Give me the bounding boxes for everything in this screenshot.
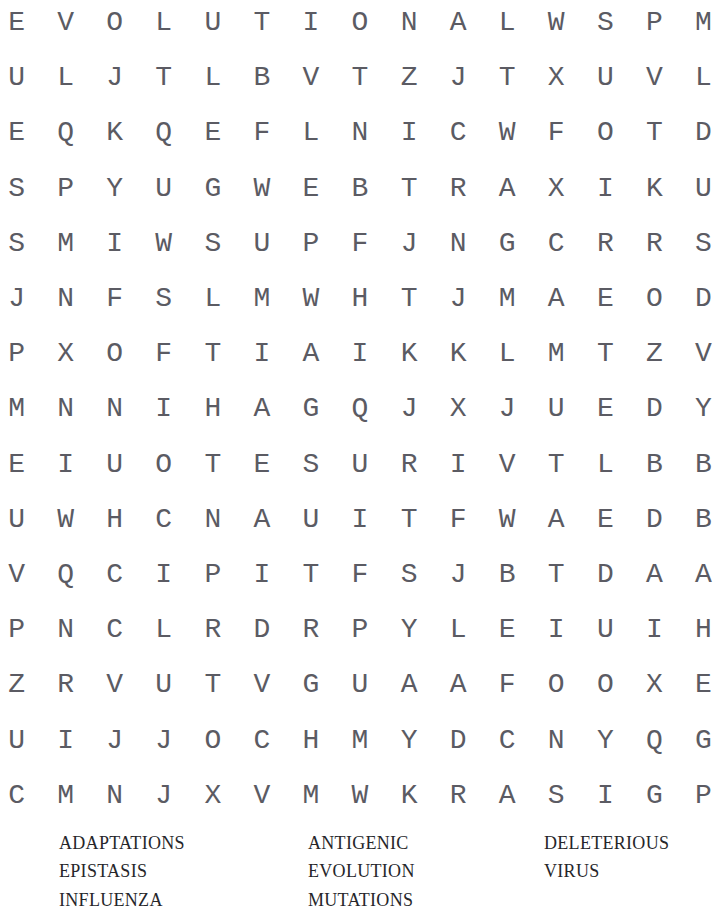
grid-cell[interactable]: F: [335, 216, 384, 271]
grid-cell[interactable]: S: [139, 271, 188, 326]
grid-cell[interactable]: X: [532, 161, 581, 216]
grid-cell[interactable]: Z: [385, 50, 434, 105]
grid-cell[interactable]: R: [434, 161, 483, 216]
word-list-column: DELETERIOUSVIRUS: [544, 829, 669, 886]
grid-cell[interactable]: L: [188, 271, 237, 326]
grid-cell[interactable]: H: [335, 271, 384, 326]
grid-cell[interactable]: G: [286, 657, 335, 712]
grid-cell[interactable]: U: [0, 50, 41, 105]
word-list-item: DELETERIOUS: [544, 829, 669, 857]
grid-cell[interactable]: X: [434, 381, 483, 436]
grid-cell[interactable]: S: [188, 216, 237, 271]
grid-cell[interactable]: U: [581, 50, 630, 105]
grid-cell[interactable]: T: [581, 326, 630, 381]
grid-cell[interactable]: U: [188, 0, 237, 50]
grid-cell[interactable]: J: [434, 50, 483, 105]
grid-cell[interactable]: I: [335, 492, 384, 547]
grid-cell[interactable]: K: [90, 105, 139, 160]
grid-cell[interactable]: U: [581, 602, 630, 657]
grid-cell[interactable]: I: [237, 547, 286, 602]
grid-cell[interactable]: V: [286, 50, 335, 105]
grid-cell[interactable]: E: [483, 602, 532, 657]
grid-cell[interactable]: M: [237, 271, 286, 326]
grid-cell[interactable]: U: [139, 657, 188, 712]
grid-cell[interactable]: I: [434, 437, 483, 492]
grid-cell[interactable]: U: [335, 437, 384, 492]
grid-cell[interactable]: A: [237, 381, 286, 436]
grid-cell[interactable]: V: [679, 326, 727, 381]
grid-cell[interactable]: E: [0, 437, 41, 492]
grid-cell[interactable]: A: [483, 161, 532, 216]
grid-cell[interactable]: T: [385, 161, 434, 216]
word-list: ADAPTATIONSEPISTASISINFLUENZAANTIGENICEV…: [0, 829, 727, 913]
grid-cell[interactable]: L: [434, 602, 483, 657]
grid-cell[interactable]: T: [188, 326, 237, 381]
grid-cell[interactable]: R: [286, 602, 335, 657]
grid-cell[interactable]: N: [41, 381, 90, 436]
grid-cell[interactable]: B: [630, 437, 679, 492]
word-list-item: EVOLUTION: [308, 857, 415, 885]
grid-cell[interactable]: A: [679, 547, 727, 602]
grid-cell[interactable]: I: [41, 437, 90, 492]
grid-cell[interactable]: Q: [139, 105, 188, 160]
grid-cell[interactable]: P: [335, 602, 384, 657]
grid-cell[interactable]: W: [335, 768, 384, 823]
grid-cell[interactable]: J: [0, 271, 41, 326]
grid-cell[interactable]: S: [385, 547, 434, 602]
grid-cell[interactable]: T: [532, 437, 581, 492]
grid-cell[interactable]: I: [630, 602, 679, 657]
grid-cell[interactable]: U: [90, 437, 139, 492]
grid-cell[interactable]: V: [41, 0, 90, 50]
grid-cell[interactable]: H: [286, 713, 335, 768]
grid-cell[interactable]: B: [679, 437, 727, 492]
grid-cell[interactable]: D: [581, 547, 630, 602]
grid-cell[interactable]: T: [237, 0, 286, 50]
grid-cell[interactable]: J: [90, 50, 139, 105]
grid-cell[interactable]: T: [188, 437, 237, 492]
grid-cell[interactable]: N: [335, 105, 384, 160]
grid-cell[interactable]: M: [679, 0, 727, 50]
grid-cell[interactable]: O: [139, 437, 188, 492]
grid-cell[interactable]: I: [139, 547, 188, 602]
grid-cell[interactable]: J: [385, 381, 434, 436]
grid-cell[interactable]: F: [532, 105, 581, 160]
grid-cell[interactable]: A: [237, 492, 286, 547]
grid-cell[interactable]: T: [630, 105, 679, 160]
grid-cell[interactable]: X: [188, 768, 237, 823]
grid-cell[interactable]: G: [286, 381, 335, 436]
grid-cell[interactable]: W: [532, 0, 581, 50]
grid-cell[interactable]: P: [286, 216, 335, 271]
grid-cell[interactable]: A: [434, 657, 483, 712]
grid-cell[interactable]: K: [385, 326, 434, 381]
grid-cell[interactable]: O: [335, 0, 384, 50]
grid-cell[interactable]: I: [385, 105, 434, 160]
grid-cell[interactable]: K: [630, 161, 679, 216]
grid-cell[interactable]: I: [286, 0, 335, 50]
grid-cell[interactable]: E: [581, 492, 630, 547]
grid-cell[interactable]: P: [188, 547, 237, 602]
grid-cell[interactable]: F: [483, 657, 532, 712]
grid-cell[interactable]: F: [90, 271, 139, 326]
grid-cell[interactable]: S: [0, 216, 41, 271]
grid-cell[interactable]: L: [188, 50, 237, 105]
grid-cell[interactable]: S: [532, 768, 581, 823]
grid-cell[interactable]: V: [630, 50, 679, 105]
grid-cell[interactable]: M: [0, 381, 41, 436]
grid-cell[interactable]: A: [385, 657, 434, 712]
grid-cell[interactable]: M: [41, 768, 90, 823]
grid-cell[interactable]: F: [335, 547, 384, 602]
grid-cell[interactable]: O: [532, 657, 581, 712]
grid-cell[interactable]: W: [286, 271, 335, 326]
grid-cell[interactable]: C: [237, 713, 286, 768]
grid-cell[interactable]: W: [139, 216, 188, 271]
word-list-column: ANTIGENICEVOLUTIONMUTATIONS: [308, 829, 415, 913]
grid-cell[interactable]: H: [90, 492, 139, 547]
grid-cell[interactable]: Y: [581, 713, 630, 768]
grid-cell[interactable]: I: [139, 381, 188, 436]
grid-cell[interactable]: Q: [41, 105, 90, 160]
grid-cell[interactable]: Y: [90, 161, 139, 216]
grid-cell[interactable]: T: [532, 547, 581, 602]
grid-cell[interactable]: B: [237, 50, 286, 105]
grid-cell[interactable]: O: [188, 713, 237, 768]
grid-cell[interactable]: C: [90, 547, 139, 602]
grid-cell[interactable]: G: [630, 768, 679, 823]
grid-cell[interactable]: O: [90, 0, 139, 50]
grid-cell[interactable]: G: [188, 161, 237, 216]
grid-cell[interactable]: M: [532, 326, 581, 381]
grid-cell[interactable]: D: [679, 271, 727, 326]
grid-cell[interactable]: M: [335, 713, 384, 768]
grid-cell[interactable]: L: [679, 50, 727, 105]
grid-cell[interactable]: V: [0, 547, 41, 602]
grid-cell[interactable]: O: [581, 657, 630, 712]
grid-cell[interactable]: Z: [630, 326, 679, 381]
word-search-grid: EVOLUTIONALWSPMULJTLBVTZJTXUVLEQKQEFLNIC…: [0, 0, 727, 823]
grid-cell[interactable]: C: [483, 713, 532, 768]
grid-cell[interactable]: D: [434, 713, 483, 768]
grid-cell[interactable]: Y: [385, 602, 434, 657]
grid-cell[interactable]: T: [286, 547, 335, 602]
grid-cell[interactable]: E: [237, 437, 286, 492]
grid-cell[interactable]: V: [90, 657, 139, 712]
grid-cell[interactable]: S: [581, 0, 630, 50]
grid-cell[interactable]: L: [139, 602, 188, 657]
grid-cell[interactable]: S: [0, 161, 41, 216]
word-list-item: INFLUENZA: [59, 886, 185, 913]
grid-cell[interactable]: C: [434, 105, 483, 160]
grid-cell[interactable]: S: [679, 216, 727, 271]
grid-cell[interactable]: J: [483, 381, 532, 436]
grid-cell[interactable]: L: [483, 0, 532, 50]
word-list-column: ADAPTATIONSEPISTASISINFLUENZA: [59, 829, 185, 913]
grid-cell[interactable]: A: [286, 326, 335, 381]
grid-cell[interactable]: Q: [41, 547, 90, 602]
word-list-item: VIRUS: [544, 857, 669, 885]
grid-cell[interactable]: X: [41, 326, 90, 381]
grid-cell[interactable]: D: [679, 105, 727, 160]
grid-cell[interactable]: N: [41, 271, 90, 326]
grid-cell[interactable]: N: [532, 713, 581, 768]
grid-cell[interactable]: B: [483, 547, 532, 602]
grid-cell[interactable]: B: [679, 492, 727, 547]
grid-cell[interactable]: T: [335, 50, 384, 105]
grid-cell[interactable]: H: [188, 381, 237, 436]
grid-cell[interactable]: U: [0, 492, 41, 547]
grid-cell[interactable]: M: [483, 271, 532, 326]
grid-cell[interactable]: T: [385, 271, 434, 326]
grid-cell[interactable]: E: [679, 657, 727, 712]
grid-cell[interactable]: U: [237, 216, 286, 271]
grid-cell[interactable]: P: [0, 326, 41, 381]
grid-cell[interactable]: Q: [335, 381, 384, 436]
grid-cell[interactable]: A: [630, 547, 679, 602]
grid-cell[interactable]: N: [90, 381, 139, 436]
grid-cell[interactable]: L: [581, 437, 630, 492]
grid-cell[interactable]: I: [237, 326, 286, 381]
grid-cell[interactable]: D: [630, 492, 679, 547]
grid-cell[interactable]: K: [434, 326, 483, 381]
grid-cell[interactable]: H: [679, 602, 727, 657]
grid-cell[interactable]: N: [90, 768, 139, 823]
grid-cell[interactable]: P: [630, 0, 679, 50]
grid-cell[interactable]: X: [532, 50, 581, 105]
grid-cell[interactable]: K: [385, 768, 434, 823]
grid-cell[interactable]: U: [0, 713, 41, 768]
word-search-page: EVOLUTIONALWSPMULJTLBVTZJTXUVLEQKQEFLNIC…: [0, 0, 727, 913]
grid-cell[interactable]: F: [237, 105, 286, 160]
grid-cell[interactable]: N: [434, 216, 483, 271]
grid-cell[interactable]: C: [532, 216, 581, 271]
grid-cell[interactable]: W: [237, 161, 286, 216]
grid-cell[interactable]: J: [139, 713, 188, 768]
grid-cell[interactable]: R: [581, 216, 630, 271]
grid-cell[interactable]: W: [41, 492, 90, 547]
grid-cell[interactable]: I: [532, 602, 581, 657]
grid-cell[interactable]: M: [41, 216, 90, 271]
grid-cell[interactable]: R: [41, 657, 90, 712]
grid-cell[interactable]: Z: [0, 657, 41, 712]
grid-cell[interactable]: N: [41, 602, 90, 657]
grid-cell[interactable]: E: [0, 0, 41, 50]
grid-cell[interactable]: W: [483, 492, 532, 547]
grid-cell[interactable]: C: [139, 492, 188, 547]
grid-cell[interactable]: Q: [630, 713, 679, 768]
grid-cell[interactable]: V: [237, 657, 286, 712]
grid-cell[interactable]: T: [188, 657, 237, 712]
grid-cell[interactable]: O: [90, 326, 139, 381]
grid-cell[interactable]: U: [679, 161, 727, 216]
grid-cell[interactable]: T: [483, 50, 532, 105]
grid-cell[interactable]: D: [630, 381, 679, 436]
grid-cell[interactable]: R: [434, 768, 483, 823]
grid-cell[interactable]: I: [335, 326, 384, 381]
grid-cell[interactable]: P: [0, 602, 41, 657]
grid-cell[interactable]: U: [532, 381, 581, 436]
grid-cell[interactable]: I: [581, 768, 630, 823]
grid-cell[interactable]: F: [434, 492, 483, 547]
grid-cell[interactable]: C: [90, 602, 139, 657]
grid-cell[interactable]: P: [41, 161, 90, 216]
grid-cell[interactable]: U: [139, 161, 188, 216]
grid-cell[interactable]: U: [335, 657, 384, 712]
grid-cell[interactable]: E: [286, 161, 335, 216]
grid-cell[interactable]: A: [434, 0, 483, 50]
grid-cell[interactable]: J: [139, 768, 188, 823]
grid-cell[interactable]: E: [188, 105, 237, 160]
grid-cell[interactable]: X: [630, 657, 679, 712]
word-list-item: ANTIGENIC: [308, 829, 415, 857]
grid-cell[interactable]: R: [630, 216, 679, 271]
grid-cell[interactable]: Y: [679, 381, 727, 436]
grid-cell[interactable]: I: [90, 216, 139, 271]
grid-cell[interactable]: T: [139, 50, 188, 105]
word-list-item: MUTATIONS: [308, 886, 415, 913]
grid-cell[interactable]: I: [41, 713, 90, 768]
grid-cell[interactable]: O: [630, 271, 679, 326]
grid-cell[interactable]: J: [90, 713, 139, 768]
grid-cell[interactable]: J: [385, 216, 434, 271]
grid-cell[interactable]: L: [286, 105, 335, 160]
grid-cell[interactable]: B: [335, 161, 384, 216]
grid-cell[interactable]: L: [41, 50, 90, 105]
grid-cell[interactable]: E: [581, 271, 630, 326]
grid-cell[interactable]: J: [434, 547, 483, 602]
grid-cell[interactable]: N: [188, 492, 237, 547]
grid-cell[interactable]: D: [237, 602, 286, 657]
grid-cell[interactable]: L: [139, 0, 188, 50]
grid-cell[interactable]: M: [286, 768, 335, 823]
grid-cell[interactable]: A: [483, 768, 532, 823]
word-list-item: ADAPTATIONS: [59, 829, 185, 857]
grid-cell[interactable]: V: [483, 437, 532, 492]
grid-cell[interactable]: G: [679, 713, 727, 768]
word-list-item: EPISTASIS: [59, 857, 185, 885]
grid-cell[interactable]: E: [581, 381, 630, 436]
grid-cell[interactable]: F: [139, 326, 188, 381]
grid-cell[interactable]: U: [286, 492, 335, 547]
grid-cell[interactable]: G: [483, 216, 532, 271]
grid-cell[interactable]: J: [434, 271, 483, 326]
grid-cell[interactable]: T: [385, 492, 434, 547]
grid-cell[interactable]: Y: [385, 713, 434, 768]
grid-cell[interactable]: V: [237, 768, 286, 823]
grid-cell[interactable]: R: [188, 602, 237, 657]
grid-cell[interactable]: A: [532, 492, 581, 547]
grid-cell[interactable]: O: [581, 105, 630, 160]
grid-cell[interactable]: I: [581, 161, 630, 216]
grid-cell[interactable]: A: [532, 271, 581, 326]
grid-cell[interactable]: E: [0, 105, 41, 160]
grid-cell[interactable]: N: [385, 0, 434, 50]
grid-cell[interactable]: P: [679, 768, 727, 823]
grid-cell[interactable]: L: [483, 326, 532, 381]
grid-cell[interactable]: R: [385, 437, 434, 492]
grid-cell[interactable]: W: [483, 105, 532, 160]
grid-cell[interactable]: C: [0, 768, 41, 823]
grid-cell[interactable]: S: [286, 437, 335, 492]
